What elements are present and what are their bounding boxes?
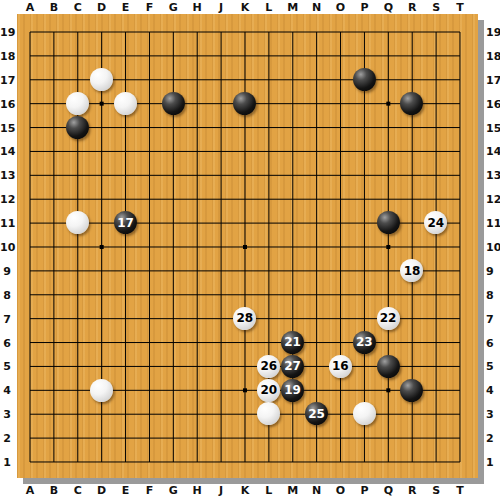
move-number-label: 17 (117, 217, 134, 229)
coord-top-J: J (219, 1, 223, 14)
coord-left-6: 6 (0, 336, 14, 349)
coord-right-18: 18 (486, 49, 500, 62)
coord-top-M: M (287, 1, 298, 14)
coord-left-14: 14 (0, 145, 14, 158)
coord-left-10: 10 (0, 240, 14, 253)
move-number-label: 20 (260, 384, 277, 396)
coord-bottom-F: F (146, 484, 154, 497)
stones-layer: 17241828222123262716201925 (18, 20, 472, 474)
white-stone-R9-move-18: 18 (400, 259, 423, 282)
move-number-label: 23 (356, 336, 373, 348)
coord-right-19: 19 (486, 26, 500, 39)
white-stone-S11-move-24: 24 (424, 211, 447, 234)
black-stone-M5-move-27: 27 (281, 355, 304, 378)
coord-top-F: F (146, 1, 154, 14)
coord-right-16: 16 (486, 97, 500, 110)
coord-top-L: L (265, 1, 272, 14)
coord-top-G: G (169, 1, 178, 14)
coord-left-19: 19 (0, 26, 14, 39)
go-board[interactable]: 17241828222123262716201925 (17, 14, 478, 478)
black-stone-N3-move-25: 25 (305, 402, 328, 425)
coord-bottom-L: L (265, 484, 272, 497)
white-stone-O5-move-16: 16 (329, 355, 352, 378)
coord-bottom-G: G (169, 484, 178, 497)
coord-left-1: 1 (0, 455, 14, 468)
coord-right-15: 15 (486, 121, 500, 134)
coord-right-1: 1 (486, 455, 494, 468)
white-stone-C11 (66, 211, 89, 234)
coord-bottom-D: D (97, 484, 106, 497)
coord-bottom-Q: Q (384, 484, 393, 497)
coord-top-A: A (26, 1, 35, 14)
white-stone-C16 (66, 92, 89, 115)
coord-bottom-R: R (408, 484, 416, 497)
move-number-label: 19 (284, 384, 301, 396)
move-number-label: 24 (428, 217, 445, 229)
coord-bottom-N: N (312, 484, 321, 497)
coord-left-5: 5 (0, 360, 14, 373)
coord-top-H: H (193, 1, 202, 14)
coord-bottom-J: J (219, 484, 223, 497)
coord-left-15: 15 (0, 121, 14, 134)
black-stone-K16 (233, 92, 256, 115)
coord-top-Q: Q (384, 1, 393, 14)
coord-top-N: N (312, 1, 321, 14)
black-stone-R16 (400, 92, 423, 115)
black-stone-R4 (400, 379, 423, 402)
coord-right-6: 6 (486, 336, 494, 349)
move-number-label: 16 (332, 360, 349, 372)
coord-left-17: 17 (0, 73, 14, 86)
coord-right-8: 8 (486, 288, 494, 301)
white-stone-D4 (90, 379, 113, 402)
coord-left-11: 11 (0, 217, 14, 230)
coord-top-T: T (456, 1, 464, 14)
coord-bottom-S: S (432, 484, 440, 497)
coord-bottom-O: O (336, 484, 345, 497)
move-number-label: 27 (284, 360, 301, 372)
move-number-label: 18 (404, 265, 421, 277)
move-number-label: 25 (308, 408, 325, 420)
white-stone-L5-move-26: 26 (257, 355, 280, 378)
coord-right-17: 17 (486, 73, 500, 86)
coord-right-5: 5 (486, 360, 494, 373)
coord-right-9: 9 (486, 264, 494, 277)
coord-left-8: 8 (0, 288, 14, 301)
coord-left-4: 4 (0, 384, 14, 397)
move-number-label: 28 (237, 312, 254, 324)
coord-right-10: 10 (486, 240, 500, 253)
move-number-label: 21 (284, 336, 301, 348)
white-stone-D17 (90, 68, 113, 91)
coord-right-11: 11 (486, 217, 500, 230)
black-stone-Q11 (377, 211, 400, 234)
coord-left-13: 13 (0, 169, 14, 182)
coord-bottom-B: B (50, 484, 58, 497)
coord-right-14: 14 (486, 145, 500, 158)
black-stone-P6-move-23: 23 (353, 331, 376, 354)
black-stone-P17 (353, 68, 376, 91)
coord-top-C: C (74, 1, 82, 14)
white-stone-L3 (257, 402, 280, 425)
coord-right-4: 4 (486, 384, 494, 397)
coord-right-3: 3 (486, 408, 494, 421)
black-stone-M6-move-21: 21 (281, 331, 304, 354)
coord-top-K: K (241, 1, 250, 14)
coord-left-2: 2 (0, 432, 14, 445)
coord-top-S: S (432, 1, 440, 14)
coord-right-7: 7 (486, 312, 494, 325)
black-stone-E11-move-17: 17 (114, 211, 137, 234)
white-stone-Q7-move-22: 22 (377, 307, 400, 330)
coord-top-P: P (360, 1, 368, 14)
coord-top-E: E (122, 1, 130, 14)
coord-top-B: B (50, 1, 58, 14)
coord-bottom-A: A (26, 484, 35, 497)
coord-right-12: 12 (486, 193, 500, 206)
black-stone-M4-move-19: 19 (281, 379, 304, 402)
white-stone-K7-move-28: 28 (233, 307, 256, 330)
coord-right-13: 13 (486, 169, 500, 182)
coord-bottom-M: M (287, 484, 298, 497)
coord-bottom-P: P (360, 484, 368, 497)
coord-right-2: 2 (486, 432, 494, 445)
white-stone-L4-move-20: 20 (257, 379, 280, 402)
coord-top-O: O (336, 1, 345, 14)
white-stone-P3 (353, 402, 376, 425)
coord-top-R: R (408, 1, 416, 14)
coord-left-16: 16 (0, 97, 14, 110)
white-stone-E16 (114, 92, 137, 115)
coord-bottom-C: C (74, 484, 82, 497)
move-number-label: 26 (260, 360, 277, 372)
black-stone-Q5 (377, 355, 400, 378)
coord-left-7: 7 (0, 312, 14, 325)
black-stone-C15 (66, 116, 89, 139)
coord-bottom-T: T (456, 484, 464, 497)
coord-bottom-H: H (193, 484, 202, 497)
coord-bottom-E: E (122, 484, 130, 497)
coord-left-9: 9 (0, 264, 14, 277)
coord-left-18: 18 (0, 49, 14, 62)
black-stone-G16 (162, 92, 185, 115)
move-number-label: 22 (380, 312, 397, 324)
coord-top-D: D (97, 1, 106, 14)
go-app-window: { "game": "Go (igo/weiqi/baduk)", "board… (0, 0, 500, 500)
coord-left-3: 3 (0, 408, 14, 421)
coord-bottom-K: K (241, 484, 250, 497)
coord-left-12: 12 (0, 193, 14, 206)
